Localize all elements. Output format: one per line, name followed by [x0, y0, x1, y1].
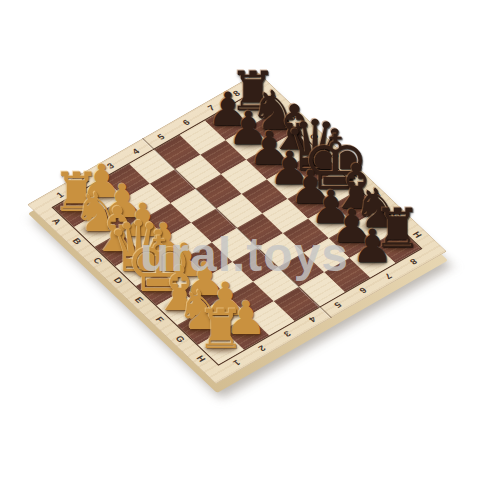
watermark: ural.toys: [140, 227, 349, 282]
rank-label-right-6: 6: [358, 286, 369, 295]
rook-glyph: ♜: [197, 303, 245, 357]
rank-label-left-5: 5: [156, 132, 167, 141]
rank-label-right-4: 4: [308, 315, 319, 324]
pawn-glyph: ♟: [352, 223, 393, 269]
rank-label-left-6: 6: [181, 118, 192, 127]
rank-label-right-3: 3: [282, 329, 293, 338]
rank-label-left-4: 4: [130, 147, 141, 156]
product-photo: AA88BB77CC66DD55EE44FF33GG22HH11♜♞♝♛♚♝♞♜…: [0, 0, 500, 500]
rank-label-right-5: 5: [333, 301, 344, 310]
